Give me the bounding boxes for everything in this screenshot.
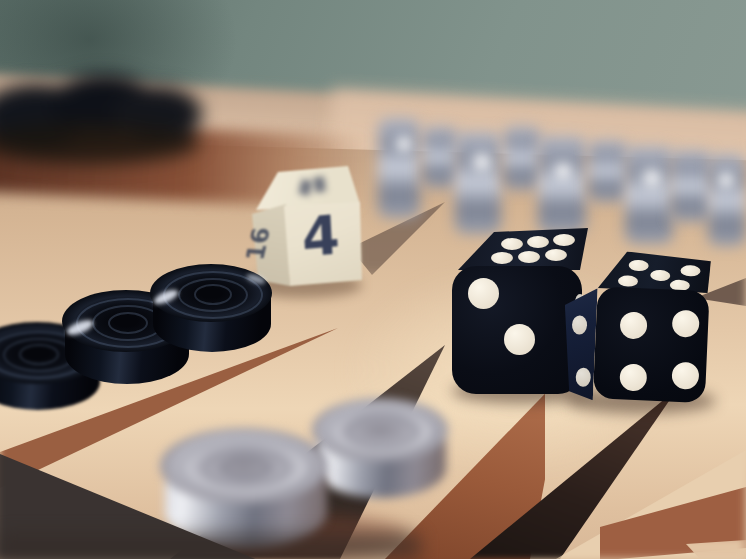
- blurred-metal-checker: [455, 132, 501, 234]
- bokeh-highlight: [714, 168, 738, 192]
- bokeh-highlight: [392, 132, 416, 156]
- blurred-metal-checker: [588, 140, 628, 202]
- blurred-black-checker-stack: [0, 70, 210, 170]
- doubling-cube-front-value: 4: [301, 208, 341, 265]
- die-pip: [504, 324, 535, 355]
- bokeh-highlight: [550, 158, 576, 184]
- bokeh-highlight: [468, 148, 496, 176]
- blurred-digit-mark: [298, 179, 312, 196]
- die-pip: [518, 251, 540, 263]
- checker-ring: [19, 344, 59, 365]
- checker-ring: [222, 457, 270, 479]
- checker-ring: [108, 312, 148, 334]
- die-right: [556, 241, 715, 413]
- blurred-metal-checker: [538, 136, 586, 234]
- backgammon-photo: 16 4: [0, 0, 746, 559]
- blurred-metal-checker: [670, 150, 712, 222]
- checker-ring: [346, 415, 418, 449]
- bokeh-highlight: [638, 164, 666, 192]
- bottom-edge-shadow: [0, 534, 420, 559]
- stack-shadow: [0, 122, 200, 164]
- die-pip: [527, 236, 549, 248]
- blurred-metal-checker: [503, 126, 541, 190]
- die-pip: [491, 252, 513, 264]
- blurred-metal-checker: [625, 146, 673, 244]
- checker-ring: [194, 284, 232, 305]
- die-pip: [468, 278, 499, 309]
- blurred-digit-mark: [313, 176, 326, 192]
- die-pip: [501, 238, 523, 250]
- foreground-metal-checker-right: [312, 398, 452, 510]
- blurred-metal-checker: [422, 126, 458, 188]
- doubling-cube-side-value: 16: [243, 227, 275, 262]
- black-checker-3: [150, 262, 274, 356]
